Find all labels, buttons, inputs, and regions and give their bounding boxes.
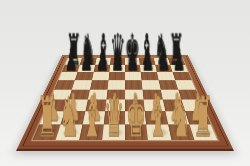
square-b6[interactable] <box>75 72 93 80</box>
piece-white-knight[interactable]: ♞ <box>59 90 80 146</box>
piece-white-queen[interactable]: ♛ <box>104 90 125 146</box>
square-f1[interactable]: ♝ <box>146 125 171 140</box>
square-c6[interactable] <box>92 72 110 80</box>
square-e7[interactable]: ♟ <box>125 65 141 72</box>
board-scene: ♜♞♝♛♚♝♞♜♟♟♟♟♟♟♟♟♟♟♟♟♟♟♟♟♜♞♝♛♚♝♞♜ <box>16 0 234 151</box>
piece-white-rook[interactable]: ♜ <box>193 90 214 146</box>
piece-white-bishop[interactable]: ♝ <box>81 90 102 146</box>
square-b7[interactable]: ♟ <box>78 65 95 72</box>
square-e1[interactable]: ♚ <box>125 125 148 140</box>
piece-white-rook[interactable]: ♜ <box>37 90 58 146</box>
square-d7[interactable]: ♟ <box>109 65 125 72</box>
chess-board: ♜♞♝♛♚♝♞♜♟♟♟♟♟♟♟♟♟♟♟♟♟♟♟♟♜♞♝♛♚♝♞♜ <box>16 55 234 151</box>
square-d1[interactable]: ♛ <box>102 125 125 140</box>
square-e6[interactable] <box>125 72 142 80</box>
square-c1[interactable]: ♝ <box>79 125 104 140</box>
square-g1[interactable]: ♞ <box>168 125 194 140</box>
table-surface: ♜♞♝♛♚♝♞♜♟♟♟♟♟♟♟♟♟♟♟♟♟♟♟♟♜♞♝♛♚♝♞♜ <box>0 0 250 166</box>
square-h6[interactable] <box>172 72 191 80</box>
square-f6[interactable] <box>141 72 159 80</box>
square-g7[interactable]: ♟ <box>155 65 172 72</box>
square-f7[interactable]: ♟ <box>140 65 157 72</box>
piece-white-knight[interactable]: ♞ <box>170 90 191 146</box>
piece-white-king[interactable]: ♚ <box>126 90 147 146</box>
square-c7[interactable]: ♟ <box>93 65 110 72</box>
board-grid: ♜♞♝♛♚♝♞♜♟♟♟♟♟♟♟♟♟♟♟♟♟♟♟♟♜♞♝♛♚♝♞♜ <box>33 58 218 140</box>
square-h1[interactable]: ♜ <box>189 125 217 140</box>
square-h7[interactable]: ♟ <box>170 65 188 72</box>
square-d6[interactable] <box>108 72 125 80</box>
piece-white-bishop[interactable]: ♝ <box>148 90 169 146</box>
